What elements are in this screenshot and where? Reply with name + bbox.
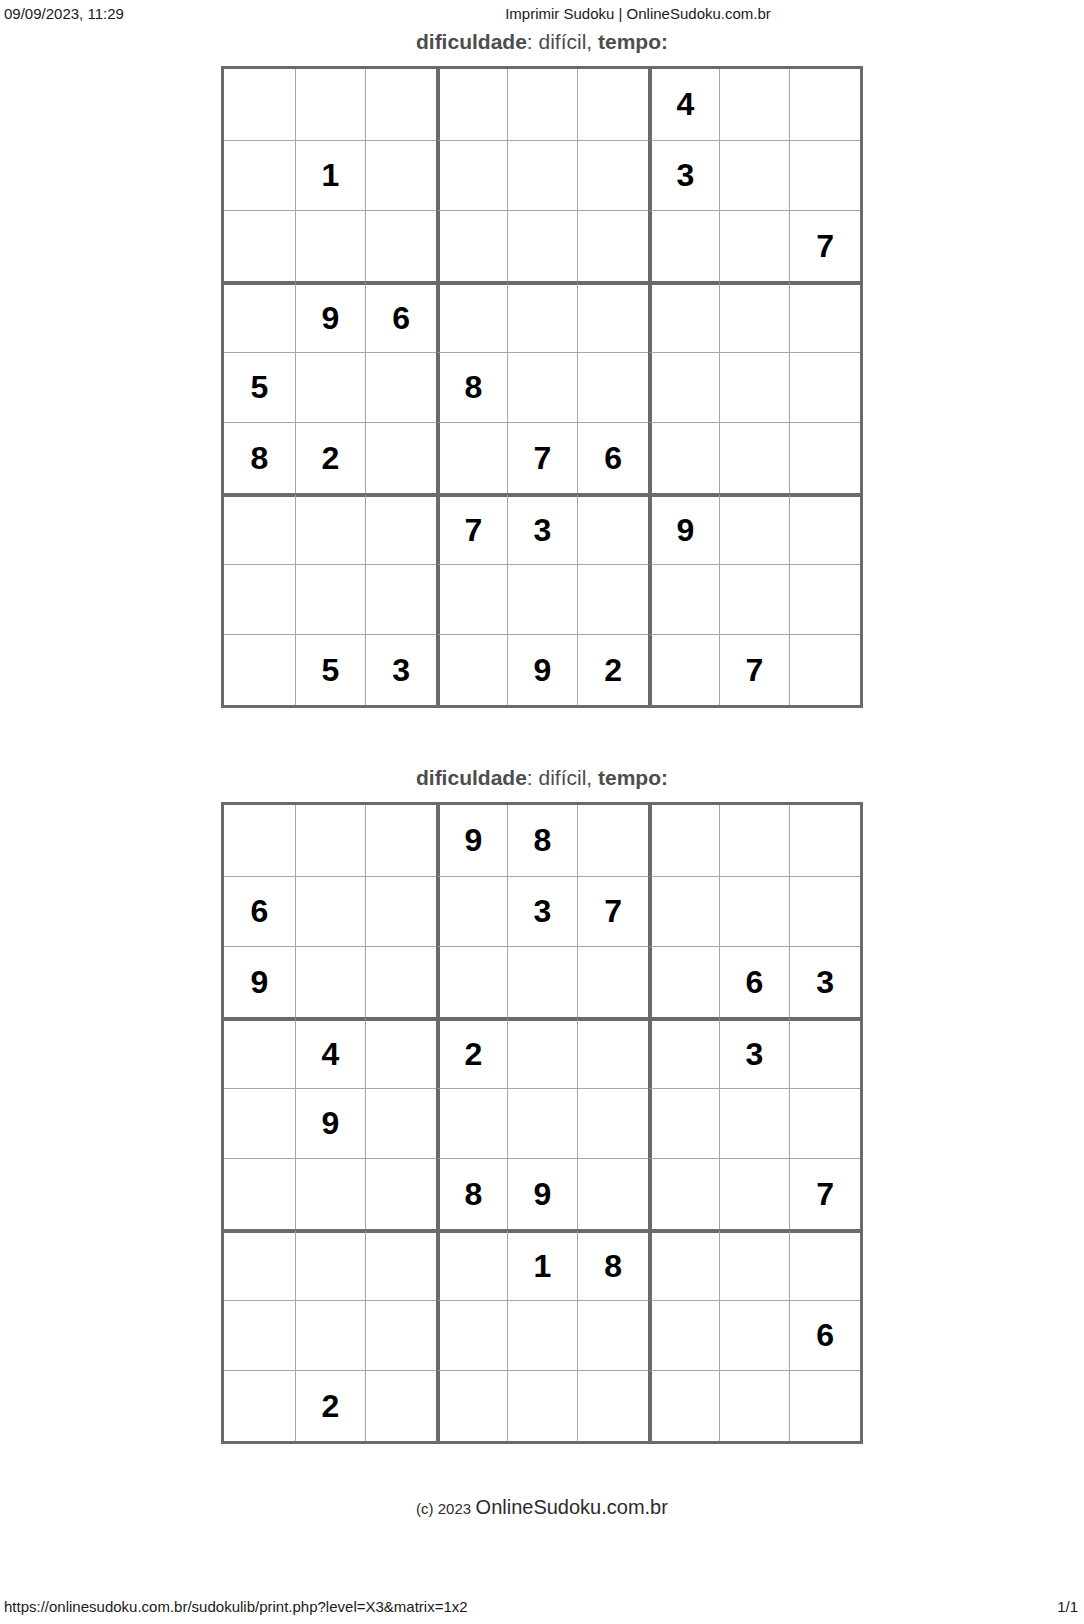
sudoku-cell xyxy=(365,69,436,140)
sudoku-cell xyxy=(436,69,507,140)
sudoku-cell xyxy=(295,805,366,876)
sudoku-cell xyxy=(507,281,578,352)
sudoku-cell xyxy=(719,1300,790,1371)
sudoku-cell: 9 xyxy=(295,281,366,352)
sudoku-cell xyxy=(648,1300,719,1371)
sudoku-cell xyxy=(507,1088,578,1159)
sudoku-cell: 7 xyxy=(577,876,648,947)
sudoku-cell xyxy=(719,352,790,423)
sudoku-cell xyxy=(789,140,860,211)
sudoku-cell xyxy=(224,1370,295,1441)
sudoku-cell xyxy=(295,1300,366,1371)
sudoku-cell xyxy=(295,69,366,140)
sudoku-cell xyxy=(719,876,790,947)
sudoku-cell: 3 xyxy=(648,140,719,211)
sudoku-cell xyxy=(789,805,860,876)
sudoku-cell xyxy=(648,422,719,493)
sudoku-cell xyxy=(436,564,507,635)
sudoku-cell xyxy=(719,1158,790,1229)
sudoku-cell xyxy=(789,1017,860,1088)
sudoku-cell xyxy=(577,1017,648,1088)
sudoku-cell: 7 xyxy=(789,210,860,281)
sudoku-cell xyxy=(224,1300,295,1371)
sudoku-cell xyxy=(719,69,790,140)
sudoku-cell xyxy=(436,422,507,493)
sudoku-cell xyxy=(648,946,719,1017)
sudoku-cell xyxy=(507,352,578,423)
sudoku-cell xyxy=(224,1229,295,1300)
sudoku-cell xyxy=(224,634,295,705)
sudoku-cell xyxy=(577,493,648,564)
difficulty-label: dificuldade xyxy=(416,766,527,789)
sudoku-cell xyxy=(577,946,648,1017)
sudoku-cell xyxy=(719,140,790,211)
sudoku-cell xyxy=(295,564,366,635)
sudoku-cell xyxy=(719,210,790,281)
sudoku-cell: 3 xyxy=(507,493,578,564)
print-sheet: dificuldade: difícil, tempo: 41379658827… xyxy=(0,0,1084,1444)
sudoku-cell xyxy=(436,281,507,352)
puzzle-1-title: dificuldade: difícil, tempo: xyxy=(0,30,1084,54)
sudoku-cell: 2 xyxy=(295,422,366,493)
sudoku-cell xyxy=(719,1088,790,1159)
sudoku-cell xyxy=(577,69,648,140)
sudoku-cell xyxy=(436,1229,507,1300)
sudoku-cell: 6 xyxy=(719,946,790,1017)
sudoku-cell xyxy=(648,564,719,635)
sudoku-cell xyxy=(295,493,366,564)
sudoku-cell xyxy=(436,210,507,281)
print-header-title: Imprimir Sudoku | OnlineSudoku.com.br xyxy=(505,5,771,22)
sudoku-cell xyxy=(789,422,860,493)
sudoku-cell xyxy=(295,876,366,947)
sudoku-cell xyxy=(507,1370,578,1441)
footer-brand: OnlineSudoku.com.br xyxy=(476,1496,668,1518)
sudoku-cell xyxy=(577,352,648,423)
print-header-datetime: 09/09/2023, 11:29 xyxy=(4,5,124,22)
sudoku-board-2: 9863796342398971862 xyxy=(221,802,863,1444)
sudoku-cell xyxy=(789,634,860,705)
sudoku-cell xyxy=(507,1300,578,1371)
sudoku-cell xyxy=(365,1158,436,1229)
sudoku-cell xyxy=(719,1229,790,1300)
sudoku-cell xyxy=(365,352,436,423)
sudoku-cell xyxy=(295,352,366,423)
sudoku-cell xyxy=(577,1088,648,1159)
sudoku-cell xyxy=(365,422,436,493)
sudoku-cell xyxy=(224,564,295,635)
footer-copyright: (c) 2023 xyxy=(416,1500,471,1517)
sudoku-cell: 8 xyxy=(224,422,295,493)
sudoku-cell xyxy=(295,1158,366,1229)
sudoku-cell xyxy=(577,805,648,876)
sudoku-cell xyxy=(507,946,578,1017)
sudoku-cell xyxy=(365,1370,436,1441)
sudoku-cell: 1 xyxy=(507,1229,578,1300)
sudoku-cell xyxy=(648,876,719,947)
sudoku-cell xyxy=(224,210,295,281)
sudoku-cell: 7 xyxy=(719,634,790,705)
sudoku-cell xyxy=(789,69,860,140)
sudoku-cell xyxy=(789,352,860,423)
sudoku-cell xyxy=(365,564,436,635)
sudoku-cell: 9 xyxy=(648,493,719,564)
footer-copyright-line: (c) 2023 OnlineSudoku.com.br xyxy=(0,1496,1084,1519)
sudoku-cell xyxy=(365,140,436,211)
sudoku-cell xyxy=(648,1158,719,1229)
difficulty-value: : difícil, xyxy=(527,766,598,789)
sudoku-cell xyxy=(648,805,719,876)
sudoku-cell xyxy=(365,1229,436,1300)
sudoku-cell xyxy=(648,210,719,281)
sudoku-cell xyxy=(789,1229,860,1300)
sudoku-cell xyxy=(295,210,366,281)
sudoku-cell xyxy=(577,1300,648,1371)
sudoku-cell xyxy=(789,876,860,947)
sudoku-cell xyxy=(577,564,648,635)
sudoku-cell xyxy=(789,1088,860,1159)
sudoku-board-1: 41379658827673953927 xyxy=(221,66,863,708)
sudoku-cell: 2 xyxy=(436,1017,507,1088)
difficulty-label: dificuldade xyxy=(416,30,527,53)
sudoku-cell xyxy=(648,1088,719,1159)
sudoku-cell xyxy=(224,69,295,140)
sudoku-cell xyxy=(648,352,719,423)
sudoku-cell xyxy=(789,493,860,564)
sudoku-cell: 1 xyxy=(295,140,366,211)
sudoku-cell xyxy=(436,1088,507,1159)
sudoku-cell: 3 xyxy=(719,1017,790,1088)
sudoku-cell xyxy=(365,210,436,281)
sudoku-cell: 2 xyxy=(295,1370,366,1441)
print-footer-page-number: 1/1 xyxy=(1057,1598,1078,1615)
sudoku-cell xyxy=(577,1370,648,1441)
sudoku-cell xyxy=(648,281,719,352)
sudoku-cell xyxy=(789,281,860,352)
sudoku-cell: 2 xyxy=(577,634,648,705)
sudoku-cell: 5 xyxy=(224,352,295,423)
sudoku-cell: 8 xyxy=(507,805,578,876)
sudoku-cell xyxy=(719,422,790,493)
sudoku-cell: 6 xyxy=(577,422,648,493)
sudoku-cell xyxy=(648,1370,719,1441)
sudoku-cell: 6 xyxy=(789,1300,860,1371)
sudoku-cell xyxy=(224,1158,295,1229)
sudoku-cell xyxy=(507,210,578,281)
sudoku-cell: 4 xyxy=(295,1017,366,1088)
sudoku-cell: 7 xyxy=(436,493,507,564)
sudoku-cell xyxy=(365,876,436,947)
sudoku-cell xyxy=(224,1017,295,1088)
sudoku-cell xyxy=(577,1158,648,1229)
sudoku-cell: 8 xyxy=(436,352,507,423)
sudoku-cell xyxy=(436,946,507,1017)
sudoku-cell xyxy=(224,1088,295,1159)
sudoku-cell xyxy=(224,140,295,211)
sudoku-cell xyxy=(295,1229,366,1300)
sudoku-cell: 9 xyxy=(507,634,578,705)
print-footer-url: https://onlinesudoku.com.br/sudokulib/pr… xyxy=(4,1598,468,1615)
sudoku-cell xyxy=(789,1370,860,1441)
sudoku-cell xyxy=(648,1229,719,1300)
sudoku-cell xyxy=(365,946,436,1017)
sudoku-cell xyxy=(365,1017,436,1088)
sudoku-cell xyxy=(648,634,719,705)
sudoku-cell xyxy=(436,876,507,947)
sudoku-cell xyxy=(507,69,578,140)
sudoku-cell xyxy=(507,564,578,635)
sudoku-cell xyxy=(719,1370,790,1441)
sudoku-cell: 9 xyxy=(436,805,507,876)
sudoku-cell xyxy=(224,493,295,564)
difficulty-value: : difícil, xyxy=(527,30,598,53)
puzzle-2-title: dificuldade: difícil, tempo: xyxy=(0,766,1084,790)
sudoku-cell: 8 xyxy=(436,1158,507,1229)
sudoku-cell xyxy=(577,281,648,352)
sudoku-cell: 5 xyxy=(295,634,366,705)
sudoku-cell xyxy=(436,1300,507,1371)
sudoku-cell xyxy=(648,1017,719,1088)
sudoku-cell xyxy=(507,140,578,211)
sudoku-cell xyxy=(365,493,436,564)
sudoku-cell xyxy=(719,493,790,564)
sudoku-cell xyxy=(577,140,648,211)
sudoku-cell xyxy=(436,1370,507,1441)
sudoku-cell xyxy=(719,281,790,352)
sudoku-cell xyxy=(365,1088,436,1159)
sudoku-cell xyxy=(295,946,366,1017)
sudoku-cell xyxy=(577,210,648,281)
sudoku-cell: 3 xyxy=(789,946,860,1017)
sudoku-cell xyxy=(224,805,295,876)
sudoku-cell: 6 xyxy=(365,281,436,352)
sudoku-cell: 9 xyxy=(295,1088,366,1159)
sudoku-cell: 9 xyxy=(224,946,295,1017)
sudoku-cell: 3 xyxy=(365,634,436,705)
sudoku-cell xyxy=(436,140,507,211)
sudoku-cell: 7 xyxy=(789,1158,860,1229)
sudoku-cell xyxy=(507,1017,578,1088)
sudoku-cell: 7 xyxy=(507,422,578,493)
tempo-label: tempo: xyxy=(598,30,668,53)
tempo-label: tempo: xyxy=(598,766,668,789)
sudoku-cell xyxy=(436,634,507,705)
sudoku-cell: 9 xyxy=(507,1158,578,1229)
sudoku-cell xyxy=(719,805,790,876)
sudoku-cell: 4 xyxy=(648,69,719,140)
sudoku-cell xyxy=(365,1300,436,1371)
sudoku-cell: 6 xyxy=(224,876,295,947)
sudoku-cell: 8 xyxy=(577,1229,648,1300)
puzzle-2: dificuldade: difícil, tempo: 98637963423… xyxy=(0,766,1084,1444)
sudoku-cell: 3 xyxy=(507,876,578,947)
sudoku-cell xyxy=(365,805,436,876)
puzzle-1: dificuldade: difícil, tempo: 41379658827… xyxy=(0,30,1084,708)
sudoku-cell xyxy=(789,564,860,635)
sudoku-cell xyxy=(224,281,295,352)
sudoku-cell xyxy=(719,564,790,635)
